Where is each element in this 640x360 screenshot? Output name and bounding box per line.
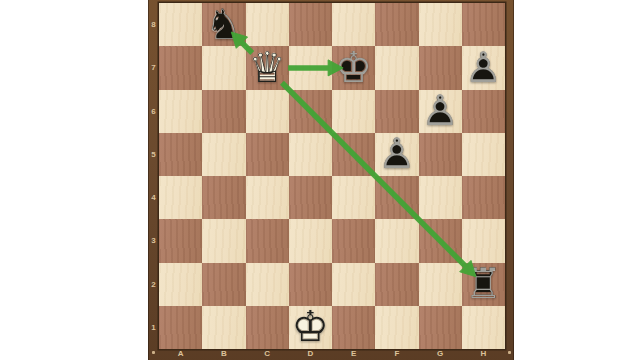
square-f6[interactable] — [375, 90, 418, 133]
piece-black-rook[interactable]: ♜♖ — [462, 263, 505, 306]
square-a2[interactable] — [159, 263, 202, 306]
square-d6[interactable] — [289, 90, 332, 133]
square-h8[interactable] — [462, 3, 505, 46]
file-label-f: F — [375, 348, 418, 359]
square-d3[interactable] — [289, 219, 332, 262]
piece-white-king[interactable]: ♚♔ — [289, 306, 332, 349]
square-b2[interactable] — [202, 263, 245, 306]
square-f2[interactable] — [375, 263, 418, 306]
square-e5[interactable] — [332, 133, 375, 176]
square-c3[interactable] — [246, 219, 289, 262]
square-a5[interactable] — [159, 133, 202, 176]
black-king-icon: ♚ — [332, 46, 375, 89]
square-d2[interactable] — [289, 263, 332, 306]
square-h2[interactable]: ♜♖ — [462, 263, 505, 306]
frame-corner-dot — [508, 351, 511, 354]
square-b1[interactable] — [202, 306, 245, 349]
square-g1[interactable] — [419, 306, 462, 349]
square-h1[interactable] — [462, 306, 505, 349]
square-c5[interactable] — [246, 133, 289, 176]
black-pawn-outline-icon: ♙ — [375, 133, 418, 176]
black-knight-outline-icon: ♘ — [202, 3, 245, 46]
square-a3[interactable] — [159, 219, 202, 262]
square-b4[interactable] — [202, 176, 245, 219]
file-coordinates: ABCDEFGH — [159, 348, 505, 359]
square-g4[interactable] — [419, 176, 462, 219]
rank-label-3: 3 — [148, 219, 159, 262]
black-pawn-outline-icon: ♙ — [419, 90, 462, 133]
square-b6[interactable] — [202, 90, 245, 133]
square-e1[interactable] — [332, 306, 375, 349]
square-f8[interactable] — [375, 3, 418, 46]
piece-black-pawn[interactable]: ♟♙ — [375, 133, 418, 176]
piece-black-pawn[interactable]: ♟♙ — [419, 90, 462, 133]
white-queen-icon: ♛ — [246, 46, 289, 89]
square-d7[interactable] — [289, 46, 332, 89]
square-g8[interactable] — [419, 3, 462, 46]
piece-black-knight[interactable]: ♞♘ — [202, 3, 245, 46]
rank-label-1: 1 — [148, 306, 159, 349]
file-label-h: H — [462, 348, 505, 359]
square-f1[interactable] — [375, 306, 418, 349]
chess-board: ♞♘♛♕♚♔♟♙♟♙♟♙♜♖♚♔ — [159, 3, 505, 349]
square-b5[interactable] — [202, 133, 245, 176]
piece-black-pawn[interactable]: ♟♙ — [462, 46, 505, 89]
rank-label-2: 2 — [148, 263, 159, 306]
white-king-icon: ♚ — [289, 306, 332, 349]
square-d1[interactable]: ♚♔ — [289, 306, 332, 349]
square-d5[interactable] — [289, 133, 332, 176]
square-e2[interactable] — [332, 263, 375, 306]
black-pawn-icon: ♟ — [462, 46, 505, 89]
square-g3[interactable] — [419, 219, 462, 262]
file-label-c: C — [246, 348, 289, 359]
file-label-e: E — [332, 348, 375, 359]
file-label-b: B — [202, 348, 245, 359]
square-c2[interactable] — [246, 263, 289, 306]
file-label-g: G — [419, 348, 462, 359]
rank-label-5: 5 — [148, 133, 159, 176]
square-h7[interactable]: ♟♙ — [462, 46, 505, 89]
square-a6[interactable] — [159, 90, 202, 133]
square-e6[interactable] — [332, 90, 375, 133]
white-queen-outline-icon: ♕ — [246, 46, 289, 89]
square-a8[interactable] — [159, 3, 202, 46]
piece-white-queen[interactable]: ♛♕ — [246, 46, 289, 89]
chess-app-canvas: 87654321 ABCDEFGH ♞♘♛♕♚♔♟♙♟♙♟♙♜♖♚♔ — [0, 0, 640, 360]
square-e4[interactable] — [332, 176, 375, 219]
square-e8[interactable] — [332, 3, 375, 46]
square-h5[interactable] — [462, 133, 505, 176]
black-rook-icon: ♜ — [462, 263, 505, 306]
square-a1[interactable] — [159, 306, 202, 349]
square-c7[interactable]: ♛♕ — [246, 46, 289, 89]
square-b8[interactable]: ♞♘ — [202, 3, 245, 46]
square-g5[interactable] — [419, 133, 462, 176]
rank-label-4: 4 — [148, 176, 159, 219]
square-c4[interactable] — [246, 176, 289, 219]
square-c1[interactable] — [246, 306, 289, 349]
piece-black-king[interactable]: ♚♔ — [332, 46, 375, 89]
file-label-d: D — [289, 348, 332, 359]
square-b7[interactable] — [202, 46, 245, 89]
square-g6[interactable]: ♟♙ — [419, 90, 462, 133]
black-pawn-icon: ♟ — [419, 90, 462, 133]
black-king-outline-icon: ♔ — [332, 46, 375, 89]
black-knight-icon: ♞ — [202, 3, 245, 46]
square-d8[interactable] — [289, 3, 332, 46]
square-c8[interactable] — [246, 3, 289, 46]
square-a7[interactable] — [159, 46, 202, 89]
black-rook-outline-icon: ♖ — [462, 263, 505, 306]
white-king-outline-icon: ♔ — [289, 306, 332, 349]
rank-label-6: 6 — [148, 90, 159, 133]
square-g7[interactable] — [419, 46, 462, 89]
rank-label-7: 7 — [148, 46, 159, 89]
square-f3[interactable] — [375, 219, 418, 262]
rank-label-8: 8 — [148, 3, 159, 46]
square-a4[interactable] — [159, 176, 202, 219]
square-f5[interactable]: ♟♙ — [375, 133, 418, 176]
square-h4[interactable] — [462, 176, 505, 219]
rank-coordinates: 87654321 — [148, 3, 159, 349]
frame-corner-dot — [152, 351, 155, 354]
square-f7[interactable] — [375, 46, 418, 89]
black-pawn-outline-icon: ♙ — [462, 46, 505, 89]
square-f4[interactable] — [375, 176, 418, 219]
square-h6[interactable] — [462, 90, 505, 133]
black-pawn-icon: ♟ — [375, 133, 418, 176]
square-h3[interactable] — [462, 219, 505, 262]
square-c6[interactable] — [246, 90, 289, 133]
square-g2[interactable] — [419, 263, 462, 306]
file-label-a: A — [159, 348, 202, 359]
square-e3[interactable] — [332, 219, 375, 262]
square-b3[interactable] — [202, 219, 245, 262]
square-d4[interactable] — [289, 176, 332, 219]
square-e7[interactable]: ♚♔ — [332, 46, 375, 89]
